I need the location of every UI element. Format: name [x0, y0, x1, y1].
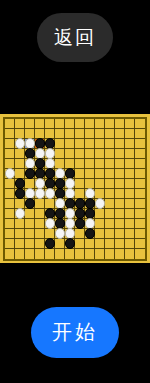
white-stone [95, 198, 105, 208]
white-stone [65, 208, 75, 218]
board-cell[interactable] [5, 119, 15, 129]
board-cell[interactable] [15, 169, 25, 179]
board-cell[interactable] [75, 119, 85, 129]
board-cell[interactable] [125, 139, 135, 149]
board-cell[interactable] [85, 219, 95, 229]
board-cell[interactable] [45, 159, 55, 169]
board-cell[interactable] [15, 209, 25, 219]
board-cell[interactable] [85, 119, 95, 129]
board-cell[interactable] [125, 129, 135, 139]
white-stone [45, 158, 55, 168]
board-cell[interactable] [5, 249, 15, 259]
board-cell[interactable] [35, 249, 45, 259]
board-cell[interactable] [95, 189, 105, 199]
gomoku-board[interactable] [3, 117, 147, 261]
white-stone [65, 188, 75, 198]
board-cell[interactable] [85, 179, 95, 189]
board-cell[interactable] [25, 239, 35, 249]
board-cell[interactable] [15, 199, 25, 209]
white-stone [25, 188, 35, 198]
board-cell[interactable] [5, 209, 15, 219]
board-cell[interactable] [135, 159, 145, 169]
board-cell[interactable] [125, 159, 135, 169]
board-cell[interactable] [105, 249, 115, 259]
board-cell[interactable] [55, 249, 65, 259]
board-cell[interactable] [25, 209, 35, 219]
board-cell[interactable] [55, 229, 65, 239]
board-cell[interactable] [15, 129, 25, 139]
board-cell[interactable] [15, 139, 25, 149]
board-cell[interactable] [45, 219, 55, 229]
black-stone [55, 218, 65, 228]
board-cell[interactable] [25, 119, 35, 129]
board-cell[interactable] [135, 129, 145, 139]
black-stone [65, 198, 75, 208]
board-cell[interactable] [55, 239, 65, 249]
board-cell[interactable] [95, 179, 105, 189]
board-cell[interactable] [115, 239, 125, 249]
board-cell[interactable] [55, 169, 65, 179]
board-cell[interactable] [65, 179, 75, 189]
board-cell[interactable] [135, 169, 145, 179]
white-stone [55, 228, 65, 238]
board-cell[interactable] [105, 149, 115, 159]
black-stone [55, 178, 65, 188]
board-cell[interactable] [75, 249, 85, 259]
board-cell[interactable] [15, 149, 25, 159]
back-button[interactable]: 返回 [37, 13, 113, 62]
board-cell[interactable] [65, 249, 75, 259]
board-cell[interactable] [95, 129, 105, 139]
board-cell[interactable] [95, 169, 105, 179]
board-cell[interactable] [65, 139, 75, 149]
board-cell[interactable] [85, 159, 95, 169]
board-cell[interactable] [5, 149, 15, 159]
board-cell[interactable] [135, 119, 145, 129]
board-cell[interactable] [105, 119, 115, 129]
board-cell[interactable] [55, 209, 65, 219]
board-cell[interactable] [65, 189, 75, 199]
board-cell[interactable] [95, 139, 105, 149]
board-cell[interactable] [5, 159, 15, 169]
board-cell[interactable] [45, 209, 55, 219]
white-stone [45, 218, 55, 228]
board-cell[interactable] [85, 169, 95, 179]
black-stone [85, 228, 95, 238]
board-cell[interactable] [115, 159, 125, 169]
white-stone [35, 178, 45, 188]
board-cell[interactable] [5, 219, 15, 229]
board-cell[interactable] [95, 159, 105, 169]
board-cell[interactable] [15, 179, 25, 189]
board-cell[interactable] [105, 179, 115, 189]
board-cell[interactable] [5, 189, 15, 199]
board-cell[interactable] [45, 249, 55, 259]
start-button[interactable]: 开始 [31, 307, 119, 358]
board-cell[interactable] [105, 209, 115, 219]
white-stone [35, 148, 45, 158]
white-stone [35, 188, 45, 198]
board-cell[interactable] [85, 209, 95, 219]
board-cell[interactable] [105, 159, 115, 169]
black-stone [75, 208, 85, 218]
board-cell[interactable] [65, 119, 75, 129]
board-cell[interactable] [35, 129, 45, 139]
board-cell[interactable] [75, 169, 85, 179]
board-cell[interactable] [135, 209, 145, 219]
white-stone [25, 138, 35, 148]
white-stone [55, 198, 65, 208]
board-cell[interactable] [25, 249, 35, 259]
black-stone [65, 238, 75, 248]
board-cell[interactable] [65, 159, 75, 169]
white-stone [85, 188, 95, 198]
board-cell[interactable] [115, 179, 125, 189]
board-cell[interactable] [115, 199, 125, 209]
board-cell[interactable] [5, 139, 15, 149]
board-cell[interactable] [85, 149, 95, 159]
board-cell[interactable] [5, 179, 15, 189]
board-cell[interactable] [95, 239, 105, 249]
board-cell[interactable] [75, 219, 85, 229]
board-cell[interactable] [55, 179, 65, 189]
black-stone [55, 208, 65, 218]
board-cell[interactable] [85, 189, 95, 199]
white-stone [65, 218, 75, 228]
board-cell[interactable] [105, 239, 115, 249]
white-stone [65, 178, 75, 188]
board-cell[interactable] [135, 199, 145, 209]
board-cell[interactable] [15, 159, 25, 169]
board-cell[interactable] [135, 219, 145, 229]
board-cell[interactable] [75, 129, 85, 139]
black-stone [45, 208, 55, 218]
board-cell[interactable] [45, 229, 55, 239]
black-stone [35, 158, 45, 168]
back-button-label: 返回 [54, 25, 96, 51]
board-cell[interactable] [135, 179, 145, 189]
board-cell[interactable] [85, 139, 95, 149]
board-cell[interactable] [5, 129, 15, 139]
board-cell[interactable] [125, 229, 135, 239]
black-stone [25, 168, 35, 178]
board-cell[interactable] [125, 189, 135, 199]
black-stone [15, 188, 25, 198]
white-stone [45, 148, 55, 158]
black-stone [35, 138, 45, 148]
board-cell[interactable] [55, 159, 65, 169]
board-cell[interactable] [25, 229, 35, 239]
board-cell[interactable] [25, 149, 35, 159]
board-cell[interactable] [105, 169, 115, 179]
board-cell[interactable] [95, 209, 105, 219]
board-cell[interactable] [115, 189, 125, 199]
black-stone [25, 198, 35, 208]
board-cell[interactable] [45, 189, 55, 199]
board-cell[interactable] [65, 129, 75, 139]
black-stone [55, 188, 65, 198]
board-cell[interactable] [75, 199, 85, 209]
board-cell[interactable] [35, 169, 45, 179]
board-cell[interactable] [35, 159, 45, 169]
black-stone [45, 178, 55, 188]
board-cell[interactable] [35, 239, 45, 249]
board-cell[interactable] [115, 169, 125, 179]
white-stone [45, 188, 55, 198]
board-cell[interactable] [15, 189, 25, 199]
board-cell[interactable] [115, 129, 125, 139]
board-cell[interactable] [35, 179, 45, 189]
board-cell[interactable] [115, 139, 125, 149]
board-cell[interactable] [75, 179, 85, 189]
black-stone [45, 138, 55, 148]
board-cell[interactable] [135, 239, 145, 249]
board-cell[interactable] [125, 219, 135, 229]
board-cell[interactable] [115, 249, 125, 259]
board-cell[interactable] [65, 169, 75, 179]
black-stone [75, 218, 85, 228]
board-cell[interactable] [25, 219, 35, 229]
black-stone [85, 208, 95, 218]
board-cell[interactable] [95, 219, 105, 229]
board-cell[interactable] [115, 209, 125, 219]
board-cell[interactable] [5, 169, 15, 179]
board-cell[interactable] [65, 149, 75, 159]
board-cell[interactable] [55, 149, 65, 159]
board-cell[interactable] [35, 149, 45, 159]
board-cell[interactable] [45, 199, 55, 209]
board-cell[interactable] [135, 229, 145, 239]
board-cell[interactable] [45, 139, 55, 149]
board-cell[interactable] [45, 169, 55, 179]
board-cell[interactable] [15, 249, 25, 259]
board-cell[interactable] [35, 219, 45, 229]
black-stone [25, 148, 35, 158]
black-stone [75, 198, 85, 208]
board-cell[interactable] [45, 129, 55, 139]
board-cell[interactable] [115, 229, 125, 239]
board-area [0, 114, 150, 263]
white-stone [15, 138, 25, 148]
black-stone [35, 168, 45, 178]
board-cell[interactable] [25, 159, 35, 169]
board-cell[interactable] [95, 229, 105, 239]
board-cell[interactable] [135, 249, 145, 259]
board-cell[interactable] [105, 139, 115, 149]
board-cell[interactable] [125, 239, 135, 249]
board-cell[interactable] [55, 139, 65, 149]
white-stone [85, 218, 95, 228]
board-cell[interactable] [85, 129, 95, 139]
board-cell[interactable] [45, 119, 55, 129]
black-stone [15, 178, 25, 188]
board-cell[interactable] [45, 179, 55, 189]
board-cell[interactable] [5, 199, 15, 209]
board-cell[interactable] [45, 239, 55, 249]
board-cell[interactable] [75, 209, 85, 219]
board-cell[interactable] [135, 149, 145, 159]
black-stone [45, 168, 55, 178]
app-screen: 返回 开始 [0, 0, 150, 383]
board-cell[interactable] [125, 199, 135, 209]
board-cell[interactable] [125, 149, 135, 159]
white-stone [65, 228, 75, 238]
board-cell[interactable] [25, 189, 35, 199]
board-cell[interactable] [125, 169, 135, 179]
board-cell[interactable] [135, 139, 145, 149]
white-stone [55, 168, 65, 178]
black-stone [85, 198, 95, 208]
board-cell[interactable] [35, 209, 45, 219]
board-cell[interactable] [85, 229, 95, 239]
board-cell[interactable] [55, 129, 65, 139]
board-cell[interactable] [35, 119, 45, 129]
white-stone [25, 158, 35, 168]
board-cell[interactable] [55, 119, 65, 129]
board-cell[interactable] [15, 229, 25, 239]
board-cell[interactable] [65, 219, 75, 229]
board-cell[interactable] [25, 129, 35, 139]
board-cell[interactable] [105, 229, 115, 239]
board-cell[interactable] [65, 209, 75, 219]
board-cell[interactable] [75, 139, 85, 149]
board-cell[interactable] [35, 199, 45, 209]
board-cell[interactable] [25, 179, 35, 189]
white-stone [5, 168, 15, 178]
board-cell[interactable] [75, 189, 85, 199]
board-cell[interactable] [55, 219, 65, 229]
board-cell[interactable] [75, 229, 85, 239]
white-stone [15, 208, 25, 218]
start-button-label: 开始 [52, 319, 98, 346]
board-cell[interactable] [125, 179, 135, 189]
board-cell[interactable] [5, 239, 15, 249]
board-cell[interactable] [75, 239, 85, 249]
board-cell[interactable] [95, 119, 105, 129]
board-cell[interactable] [35, 229, 45, 239]
board-cell[interactable] [105, 189, 115, 199]
board-cell[interactable] [115, 149, 125, 159]
board-cell[interactable] [75, 149, 85, 159]
board-cell[interactable] [105, 199, 115, 209]
board-cell[interactable] [85, 239, 95, 249]
board-cell[interactable] [15, 219, 25, 229]
board-cell[interactable] [25, 139, 35, 149]
board-cell[interactable] [65, 239, 75, 249]
board-cell[interactable] [65, 229, 75, 239]
board-cell[interactable] [5, 229, 15, 239]
board-cell[interactable] [35, 139, 45, 149]
board-cell[interactable] [45, 149, 55, 159]
board-cell[interactable] [25, 169, 35, 179]
board-cell[interactable] [65, 199, 75, 209]
board-cell[interactable] [95, 249, 105, 259]
board-cell[interactable] [95, 149, 105, 159]
board-cell[interactable] [25, 199, 35, 209]
board-cell[interactable] [55, 189, 65, 199]
board-cell[interactable] [55, 199, 65, 209]
black-stone [45, 238, 55, 248]
black-stone [65, 168, 75, 178]
board-cell[interactable] [105, 129, 115, 139]
board-cell[interactable] [105, 219, 115, 229]
board-cell[interactable] [125, 209, 135, 219]
board-cell[interactable] [15, 119, 25, 129]
board-cell[interactable] [15, 239, 25, 249]
board-cell[interactable] [135, 189, 145, 199]
board-cell[interactable] [115, 119, 125, 129]
board-cell[interactable] [125, 119, 135, 129]
board-cell[interactable] [35, 189, 45, 199]
board-cell[interactable] [75, 159, 85, 169]
board-cell[interactable] [85, 249, 95, 259]
board-cell[interactable] [125, 249, 135, 259]
board-cell[interactable] [95, 199, 105, 209]
board-cell[interactable] [115, 219, 125, 229]
board-cell[interactable] [85, 199, 95, 209]
